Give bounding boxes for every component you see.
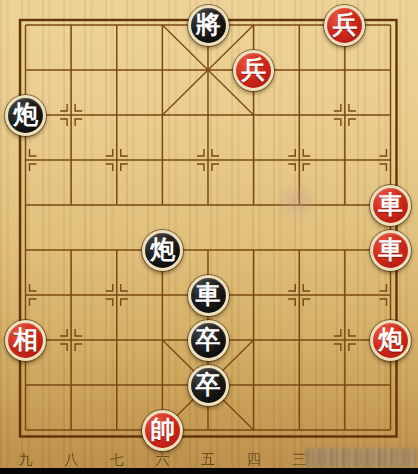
black-cannon-piece[interactable]: 炮: [5, 95, 46, 136]
piece-character: 相: [13, 327, 38, 352]
file-label-1: 九: [16, 451, 36, 469]
red-chariot-piece[interactable]: 車: [370, 185, 411, 226]
piece-character: 炮: [150, 237, 175, 262]
red-soldier-piece[interactable]: 兵: [233, 50, 274, 91]
black-general-piece[interactable]: 將: [188, 5, 229, 46]
file-label-5: 五: [198, 451, 218, 469]
black-soldier-piece[interactable]: 卒: [188, 320, 229, 361]
piece-character: 車: [378, 237, 403, 262]
red-chariot-piece[interactable]: 車: [370, 230, 411, 271]
piece-character: 將: [196, 12, 221, 37]
red-general-piece[interactable]: 帥: [142, 410, 183, 451]
black-chariot-piece[interactable]: 車: [188, 275, 229, 316]
piece-character: 炮: [378, 327, 403, 352]
piece-character: 兵: [332, 12, 357, 37]
bottom-black-strip: [0, 468, 418, 474]
black-cannon-piece[interactable]: 炮: [142, 230, 183, 271]
file-label-2: 八: [61, 451, 81, 469]
river-blur-smudge: [278, 184, 316, 218]
file-label-4: 六: [152, 451, 172, 469]
piece-character: 兵: [241, 57, 266, 82]
red-elephant-piece[interactable]: 相: [5, 320, 46, 361]
file-label-3: 七: [107, 451, 127, 469]
piece-character: 炮: [13, 102, 38, 127]
red-cannon-piece[interactable]: 炮: [370, 320, 411, 361]
piece-character: 卒: [196, 372, 221, 397]
piece-character: 車: [378, 192, 403, 217]
red-soldier-piece[interactable]: 兵: [324, 5, 365, 46]
xiangqi-board-screen: 將兵兵炮車炮車車相卒炮卒帥 九八七六五四三: [0, 0, 418, 474]
file-label-6: 四: [244, 451, 264, 469]
piece-character: 帥: [150, 417, 175, 442]
blurred-watermark: [306, 448, 416, 467]
piece-character: 車: [196, 282, 221, 307]
piece-character: 卒: [196, 327, 221, 352]
black-soldier-piece[interactable]: 卒: [188, 365, 229, 406]
